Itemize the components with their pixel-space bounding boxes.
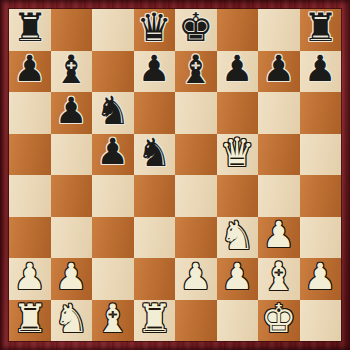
square-b8[interactable] (51, 9, 93, 51)
square-b6[interactable]: ♟ (51, 92, 93, 134)
square-d2[interactable] (134, 258, 176, 300)
square-a7[interactable]: ♟ (9, 51, 51, 93)
square-d4[interactable] (134, 175, 176, 217)
piece-black-knight: ♞ (137, 134, 172, 172)
square-f3[interactable]: ♞ (217, 217, 259, 259)
square-a2[interactable]: ♟ (9, 258, 51, 300)
square-f8[interactable] (217, 9, 259, 51)
piece-black-pawn: ♟ (138, 51, 170, 87)
square-a5[interactable] (9, 134, 51, 176)
square-d7[interactable]: ♟ (134, 51, 176, 93)
piece-black-pawn: ♟ (14, 51, 46, 87)
square-a3[interactable] (9, 217, 51, 259)
square-e1[interactable] (175, 300, 217, 342)
piece-white-knight: ♞ (220, 217, 255, 255)
square-g3[interactable]: ♟ (258, 217, 300, 259)
square-c1[interactable]: ♝ (92, 300, 134, 342)
square-c7[interactable] (92, 51, 134, 93)
square-b7[interactable]: ♝ (51, 51, 93, 93)
square-d6[interactable] (134, 92, 176, 134)
square-e6[interactable] (175, 92, 217, 134)
piece-black-pawn: ♟ (221, 51, 253, 87)
square-f4[interactable] (217, 175, 259, 217)
square-h8[interactable]: ♜ (300, 9, 342, 51)
piece-black-pawn: ♟ (55, 93, 87, 129)
square-g4[interactable] (258, 175, 300, 217)
piece-white-pawn: ♟ (180, 259, 212, 295)
square-a1[interactable]: ♜ (9, 300, 51, 342)
piece-white-pawn: ♟ (263, 217, 295, 253)
square-c3[interactable] (92, 217, 134, 259)
square-f5[interactable]: ♛ (217, 134, 259, 176)
chess-board: ♜♛♚♜♟♝♟♝♟♟♟♟♞♟♞♛♞♟♟♟♟♟♝♟♜♞♝♜♚ (9, 9, 341, 341)
piece-white-bishop: ♝ (261, 258, 296, 296)
square-g5[interactable] (258, 134, 300, 176)
square-h2[interactable]: ♟ (300, 258, 342, 300)
square-c8[interactable] (92, 9, 134, 51)
square-e7[interactable]: ♝ (175, 51, 217, 93)
square-c6[interactable]: ♞ (92, 92, 134, 134)
square-d1[interactable]: ♜ (134, 300, 176, 342)
piece-black-queen: ♛ (137, 9, 172, 47)
square-g8[interactable] (258, 9, 300, 51)
piece-white-queen: ♛ (220, 134, 255, 172)
square-e2[interactable]: ♟ (175, 258, 217, 300)
square-g7[interactable]: ♟ (258, 51, 300, 93)
square-f7[interactable]: ♟ (217, 51, 259, 93)
square-h7[interactable]: ♟ (300, 51, 342, 93)
square-h3[interactable] (300, 217, 342, 259)
square-e5[interactable] (175, 134, 217, 176)
square-h4[interactable] (300, 175, 342, 217)
piece-white-rook: ♜ (137, 300, 172, 338)
piece-black-bishop: ♝ (178, 51, 213, 89)
square-b1[interactable]: ♞ (51, 300, 93, 342)
piece-black-king: ♚ (178, 9, 213, 47)
square-h1[interactable] (300, 300, 342, 342)
square-b4[interactable] (51, 175, 93, 217)
square-a8[interactable]: ♜ (9, 9, 51, 51)
piece-black-bishop: ♝ (54, 51, 89, 89)
square-e4[interactable] (175, 175, 217, 217)
piece-black-pawn: ♟ (304, 51, 336, 87)
square-f2[interactable]: ♟ (217, 258, 259, 300)
piece-white-king: ♚ (261, 300, 296, 338)
square-e3[interactable] (175, 217, 217, 259)
square-c5[interactable]: ♟ (92, 134, 134, 176)
chess-board-frame: ♜♛♚♜♟♝♟♝♟♟♟♟♞♟♞♛♞♟♟♟♟♟♝♟♜♞♝♜♚ (0, 0, 350, 350)
square-e8[interactable]: ♚ (175, 9, 217, 51)
square-f1[interactable] (217, 300, 259, 342)
square-h6[interactable] (300, 92, 342, 134)
piece-white-pawn: ♟ (55, 259, 87, 295)
square-g2[interactable]: ♝ (258, 258, 300, 300)
piece-black-pawn: ♟ (97, 134, 129, 170)
square-a6[interactable] (9, 92, 51, 134)
piece-white-bishop: ♝ (95, 300, 130, 338)
square-g1[interactable]: ♚ (258, 300, 300, 342)
square-c4[interactable] (92, 175, 134, 217)
piece-white-pawn: ♟ (221, 259, 253, 295)
piece-white-knight: ♞ (54, 300, 89, 338)
square-b2[interactable]: ♟ (51, 258, 93, 300)
piece-black-pawn: ♟ (263, 51, 295, 87)
square-a4[interactable] (9, 175, 51, 217)
piece-black-knight: ♞ (95, 92, 130, 130)
square-g6[interactable] (258, 92, 300, 134)
square-b5[interactable] (51, 134, 93, 176)
square-d3[interactable] (134, 217, 176, 259)
square-b3[interactable] (51, 217, 93, 259)
piece-black-rook: ♜ (12, 9, 47, 47)
piece-white-pawn: ♟ (14, 259, 46, 295)
square-f6[interactable] (217, 92, 259, 134)
square-h5[interactable] (300, 134, 342, 176)
square-d8[interactable]: ♛ (134, 9, 176, 51)
piece-white-rook: ♜ (12, 300, 47, 338)
square-d5[interactable]: ♞ (134, 134, 176, 176)
piece-black-rook: ♜ (303, 9, 338, 47)
piece-white-pawn: ♟ (304, 259, 336, 295)
square-c2[interactable] (92, 258, 134, 300)
